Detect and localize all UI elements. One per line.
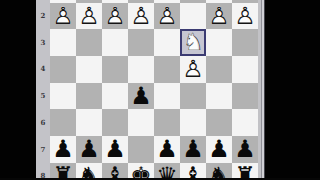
square-g6[interactable] [76, 109, 102, 136]
square-c3[interactable]: ♞♘ [180, 29, 206, 56]
piece-outline-layer: ♙ [128, 3, 154, 30]
window-right-edge [258, 0, 265, 180]
square-f3[interactable] [102, 29, 128, 56]
white-pawn: ♟♙ [232, 3, 258, 30]
rank-label-5: 5 [36, 91, 50, 101]
square-b3[interactable] [206, 29, 232, 56]
square-f4[interactable] [102, 56, 128, 83]
square-d7[interactable]: ♟ [154, 136, 180, 163]
piece-outline-layer: ♙ [50, 3, 76, 30]
black-pawn: ♟ [154, 136, 180, 163]
square-c6[interactable] [180, 109, 206, 136]
square-b5[interactable] [206, 83, 232, 110]
black-pawn: ♟ [50, 136, 76, 163]
rank-label-6: 6 [36, 118, 50, 128]
square-g5[interactable] [76, 83, 102, 110]
square-a4[interactable] [232, 56, 258, 83]
square-d2[interactable]: ♟♙ [154, 3, 180, 30]
white-knight: ♞♘ [180, 29, 206, 56]
square-d5[interactable] [154, 83, 180, 110]
square-g2[interactable]: ♟♙ [76, 3, 102, 30]
letterbox-bottom [0, 178, 320, 180]
square-a7[interactable]: ♟ [232, 136, 258, 163]
square-h4[interactable] [50, 56, 76, 83]
square-a3[interactable] [232, 29, 258, 56]
rank-label-7: 7 [36, 145, 50, 155]
black-pawn: ♟ [232, 136, 258, 163]
rank-label-4: 4 [36, 64, 50, 74]
rank-label-2: 2 [36, 11, 50, 21]
square-e6[interactable] [128, 109, 154, 136]
letterbox-left [0, 0, 36, 180]
square-e4[interactable] [128, 56, 154, 83]
white-pawn: ♟♙ [180, 56, 206, 83]
white-pawn: ♟♙ [76, 3, 102, 30]
square-h2[interactable]: ♟♙ [50, 3, 76, 30]
black-pawn: ♟ [76, 136, 102, 163]
square-c4[interactable]: ♟♙ [180, 56, 206, 83]
white-pawn: ♟♙ [154, 3, 180, 30]
piece-outline-layer: ♙ [180, 56, 206, 83]
square-d3[interactable] [154, 29, 180, 56]
square-a2[interactable]: ♟♙ [232, 3, 258, 30]
square-f2[interactable]: ♟♙ [102, 3, 128, 30]
square-h6[interactable] [50, 109, 76, 136]
square-b4[interactable] [206, 56, 232, 83]
square-d4[interactable] [154, 56, 180, 83]
white-pawn: ♟♙ [128, 3, 154, 30]
black-pawn: ♟ [102, 136, 128, 163]
black-pawn: ♟ [206, 136, 232, 163]
square-a5[interactable] [232, 83, 258, 110]
piece-outline-layer: ♙ [232, 3, 258, 30]
piece-outline-layer: ♘ [180, 29, 206, 56]
square-h7[interactable]: ♟ [50, 136, 76, 163]
square-b7[interactable]: ♟ [206, 136, 232, 163]
chess-board: ♜♖♞♘♝♗♚♔♛♕♝♗♜♖♟♙♟♙♟♙♟♙♟♙♟♙♟♙♞♘♟♙♟♟♟♟♟♟♟♟… [50, 0, 258, 180]
square-e5[interactable]: ♟ [128, 83, 154, 110]
square-c7[interactable]: ♟ [180, 136, 206, 163]
square-g7[interactable]: ♟ [76, 136, 102, 163]
square-b2[interactable]: ♟♙ [206, 3, 232, 30]
square-c5[interactable] [180, 83, 206, 110]
white-pawn: ♟♙ [102, 3, 128, 30]
square-e7[interactable] [128, 136, 154, 163]
video-frame: 2345678 ♜♖♞♘♝♗♚♔♛♕♝♗♜♖♟♙♟♙♟♙♟♙♟♙♟♙♟♙♞♘♟♙… [0, 0, 320, 180]
piece-outline-layer: ♙ [102, 3, 128, 30]
square-e2[interactable]: ♟♙ [128, 3, 154, 30]
white-pawn: ♟♙ [206, 3, 232, 30]
piece-outline-layer: ♙ [206, 3, 232, 30]
square-f7[interactable]: ♟ [102, 136, 128, 163]
square-d6[interactable] [154, 109, 180, 136]
square-f5[interactable] [102, 83, 128, 110]
white-pawn: ♟♙ [50, 3, 76, 30]
square-a6[interactable] [232, 109, 258, 136]
piece-outline-layer: ♙ [76, 3, 102, 30]
square-b6[interactable] [206, 109, 232, 136]
black-pawn: ♟ [180, 136, 206, 163]
square-g3[interactable] [76, 29, 102, 56]
rank-label-strip: 2345678 [36, 0, 50, 180]
piece-outline-layer: ♙ [154, 3, 180, 30]
letterbox-right [265, 0, 320, 180]
black-pawn: ♟ [128, 83, 154, 110]
square-h3[interactable] [50, 29, 76, 56]
square-e3[interactable] [128, 29, 154, 56]
square-g4[interactable] [76, 56, 102, 83]
square-c2[interactable] [180, 3, 206, 30]
rank-label-3: 3 [36, 38, 50, 48]
square-f6[interactable] [102, 109, 128, 136]
square-h5[interactable] [50, 83, 76, 110]
